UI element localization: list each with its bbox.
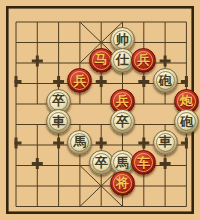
piece-ivory-horse-d6[interactable]: 馬 xyxy=(67,130,92,155)
piece-glyph: 車 xyxy=(52,110,65,133)
piece-ivory-soldier-f5[interactable]: 卒 xyxy=(110,109,135,134)
pieces-layer: 帅马仕兵兵砲卒兵炮車卒砲馬車卒馬车将 xyxy=(5,12,197,217)
piece-glyph: 卒 xyxy=(116,110,129,133)
piece-glyph: 馬 xyxy=(73,130,86,153)
piece-glyph: 兵 xyxy=(73,69,86,92)
piece-red-general-f8[interactable]: 将 xyxy=(110,171,135,196)
piece-glyph: 砲 xyxy=(159,69,172,92)
xiangqi-board: 帅马仕兵兵砲卒兵炮車卒砲馬車卒馬车将 xyxy=(0,0,200,220)
piece-glyph: 车 xyxy=(137,151,150,174)
piece-red-soldier-g2[interactable]: 兵 xyxy=(131,48,156,73)
piece-ivory-chariot-h6[interactable]: 車 xyxy=(153,130,178,155)
piece-ivory-cannon-h3[interactable]: 砲 xyxy=(153,68,178,93)
piece-glyph: 兵 xyxy=(137,48,150,71)
piece-ivory-chariot-c5[interactable]: 車 xyxy=(46,109,71,134)
piece-glyph: 卒 xyxy=(95,151,108,174)
piece-glyph: 将 xyxy=(116,171,129,194)
piece-red-soldier-d3[interactable]: 兵 xyxy=(67,68,92,93)
piece-glyph: 車 xyxy=(159,130,172,153)
piece-glyph: 仕 xyxy=(116,48,129,71)
piece-glyph: 马 xyxy=(95,48,108,71)
piece-red-chariot-g7[interactable]: 车 xyxy=(131,150,156,175)
piece-glyph: 砲 xyxy=(180,110,193,133)
piece-ivory-cannon-i5[interactable]: 砲 xyxy=(174,109,199,134)
